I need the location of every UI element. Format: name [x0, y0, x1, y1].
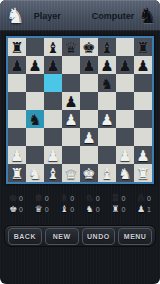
square-e6[interactable] — [80, 74, 98, 92]
black-queen: ♛ — [64, 40, 77, 55]
white-knight: ♞ — [118, 166, 131, 181]
square-f8[interactable]: ♝ — [98, 38, 116, 56]
square-e2[interactable] — [80, 146, 98, 164]
white-bishop: ♝ — [100, 166, 113, 181]
square-f2[interactable] — [98, 146, 116, 164]
black-knight-icon: ♞ — [138, 5, 157, 26]
square-e1[interactable]: ♚ — [80, 164, 98, 182]
square-g1[interactable]: ♞ — [116, 164, 134, 182]
black-queen-icon: ♛ — [35, 194, 43, 203]
square-d6[interactable] — [62, 74, 80, 92]
square-c2[interactable]: ♟ — [44, 146, 62, 164]
square-a3[interactable] — [8, 128, 26, 146]
captured-count: 0 — [19, 195, 23, 202]
square-c3[interactable] — [44, 128, 62, 146]
white-pawn: ♟ — [100, 112, 113, 127]
captured-count: 0 — [45, 195, 49, 202]
black-pawn: ♟ — [100, 58, 113, 73]
white-pawn: ♟ — [136, 148, 149, 163]
black-pawn: ♟ — [46, 58, 59, 73]
square-f4[interactable]: ♟ — [98, 110, 116, 128]
square-d1[interactable]: ♛ — [62, 164, 80, 182]
square-c6[interactable] — [44, 74, 62, 92]
square-a1[interactable]: ♜ — [8, 164, 26, 182]
captured-count: 0 — [147, 195, 151, 202]
black-bishop-icon: ♝ — [60, 194, 68, 203]
square-e3[interactable]: ♟ — [80, 128, 98, 146]
undo-button[interactable]: UNDO — [82, 228, 116, 245]
new-button[interactable]: NEW — [45, 228, 79, 245]
black-pawn: ♟ — [136, 58, 149, 73]
captured-count: 0 — [19, 206, 23, 213]
square-f3[interactable] — [98, 128, 116, 146]
square-h8[interactable]: ♜ — [134, 38, 152, 56]
white-rook: ♜ — [136, 166, 149, 181]
captured-count: 0 — [96, 206, 100, 213]
captured-black-king: ♚0 — [9, 194, 23, 203]
black-pawn: ♟ — [10, 58, 23, 73]
square-a6[interactable] — [8, 74, 26, 92]
black-rook: ♜ — [10, 40, 23, 55]
square-h2[interactable]: ♟ — [134, 146, 152, 164]
square-c4[interactable] — [44, 110, 62, 128]
captured-row-black: ♚0♛0♝0♞0♜0♟0 — [9, 193, 151, 203]
captured-count: 0 — [70, 195, 74, 202]
captured-count: 1 — [147, 206, 151, 213]
square-f1[interactable]: ♝ — [98, 164, 116, 182]
square-b2[interactable] — [26, 146, 44, 164]
square-f5[interactable] — [98, 92, 116, 110]
menu-button[interactable]: MENU — [118, 228, 152, 245]
white-rook: ♜ — [10, 166, 23, 181]
square-g4[interactable] — [116, 110, 134, 128]
captured-white-bishop: ♝0 — [60, 205, 74, 214]
square-e4[interactable] — [80, 110, 98, 128]
square-c1[interactable]: ♝ — [44, 164, 62, 182]
captured-white-king: ♚0 — [9, 205, 23, 214]
captured-count: 0 — [45, 206, 49, 213]
square-g8[interactable] — [116, 38, 134, 56]
captured-black-rook: ♜0 — [111, 194, 125, 203]
white-bishop-icon: ♝ — [60, 205, 68, 214]
square-b7[interactable]: ♟ — [26, 56, 44, 74]
black-king: ♚ — [82, 40, 95, 55]
square-d8[interactable]: ♛ — [62, 38, 80, 56]
white-pawn: ♟ — [46, 148, 59, 163]
square-b8[interactable] — [26, 38, 44, 56]
square-e5[interactable] — [80, 92, 98, 110]
white-pawn: ♟ — [64, 112, 77, 127]
black-knight: ♞ — [28, 112, 41, 127]
captured-black-bishop: ♝0 — [60, 194, 74, 203]
control-bar: BACKNEWUNDOMENU — [4, 225, 156, 247]
black-rook: ♜ — [136, 40, 149, 55]
captured-white-rook: ♜0 — [111, 205, 125, 214]
square-a8[interactable]: ♜ — [8, 38, 26, 56]
black-knight-icon: ♞ — [86, 194, 94, 203]
square-a4[interactable] — [8, 110, 26, 128]
square-g6[interactable] — [116, 74, 134, 92]
back-button[interactable]: BACK — [8, 228, 42, 245]
square-h1[interactable]: ♜ — [134, 164, 152, 182]
square-a2[interactable]: ♟ — [8, 146, 26, 164]
square-d3[interactable] — [62, 128, 80, 146]
square-d4[interactable]: ♟ — [62, 110, 80, 128]
square-g3[interactable] — [116, 128, 134, 146]
square-a7[interactable]: ♟ — [8, 56, 26, 74]
square-b4[interactable]: ♞ — [26, 110, 44, 128]
white-king-icon: ♚ — [9, 205, 17, 214]
white-rook-icon: ♜ — [111, 205, 119, 214]
captured-count: 0 — [96, 195, 100, 202]
square-c5[interactable] — [44, 92, 62, 110]
captured-pieces-panel: ♚0♛0♝0♞0♜0♟0♚0♛0♝0♞0♜0♟1 — [9, 193, 151, 214]
square-h5[interactable] — [134, 92, 152, 110]
black-knight: ♞ — [100, 76, 113, 91]
square-c7[interactable]: ♟ — [44, 56, 62, 74]
square-d2[interactable] — [62, 146, 80, 164]
square-e7[interactable]: ♟ — [80, 56, 98, 74]
black-pawn-icon: ♟ — [137, 194, 145, 203]
white-knight-icon: ♞ — [86, 205, 94, 214]
white-bishop: ♝ — [46, 166, 59, 181]
square-h3[interactable] — [134, 128, 152, 146]
captured-count: 0 — [70, 206, 74, 213]
player-label: Player — [34, 11, 61, 21]
square-d5[interactable]: ♟ — [62, 92, 80, 110]
captured-white-pawn: ♟1 — [137, 205, 151, 214]
black-pawn: ♟ — [82, 58, 95, 73]
square-d7[interactable] — [62, 56, 80, 74]
white-pawn-icon: ♟ — [137, 205, 145, 214]
square-e8[interactable]: ♚ — [80, 38, 98, 56]
captured-count: 0 — [121, 195, 125, 202]
captured-white-knight: ♞0 — [86, 205, 100, 214]
captured-row-white: ♚0♛0♝0♞0♜0♟1 — [9, 204, 151, 214]
captured-black-pawn: ♟0 — [137, 194, 151, 203]
white-knight: ♞ — [28, 166, 41, 181]
square-b6[interactable] — [26, 74, 44, 92]
square-b3[interactable] — [26, 128, 44, 146]
black-bishop: ♝ — [100, 40, 113, 55]
black-pawn: ♟ — [118, 58, 131, 73]
square-g2[interactable]: ♟ — [116, 146, 134, 164]
computer-label: Computer — [92, 11, 135, 21]
square-c8[interactable]: ♝ — [44, 38, 62, 56]
white-pawn: ♟ — [10, 148, 23, 163]
square-h4[interactable] — [134, 110, 152, 128]
white-king: ♚ — [82, 166, 95, 181]
black-king-icon: ♚ — [9, 194, 17, 203]
square-h6[interactable] — [134, 74, 152, 92]
white-queen: ♛ — [64, 166, 77, 181]
square-h7[interactable]: ♟ — [134, 56, 152, 74]
black-bishop: ♝ — [46, 40, 59, 55]
chess-board: ♜♝♛♚♝♜♟♟♟♟♟♟♟♞♟♞♟♟♟♟♟♟♟♜♞♝♛♚♝♞♜ — [6, 36, 154, 184]
square-f6[interactable]: ♞ — [98, 74, 116, 92]
player-header-bar: ♞ Player Computer ♞ — [0, 0, 160, 31]
square-f7[interactable]: ♟ — [98, 56, 116, 74]
square-a5[interactable] — [8, 92, 26, 110]
chess-app: ♞ Player Computer ♞ ♜♝♛♚♝♜♟♟♟♟♟♟♟♞♟♞♟♟♟♟… — [0, 0, 160, 284]
captured-white-queen: ♛0 — [35, 205, 49, 214]
white-queen-icon: ♛ — [35, 205, 43, 214]
white-knight-icon: ♞ — [6, 5, 25, 26]
square-b1[interactable]: ♞ — [26, 164, 44, 182]
white-pawn: ♟ — [82, 130, 95, 145]
square-g7[interactable]: ♟ — [116, 56, 134, 74]
square-g5[interactable] — [116, 92, 134, 110]
black-rook-icon: ♜ — [111, 194, 119, 203]
captured-black-queen: ♛0 — [35, 194, 49, 203]
black-pawn: ♟ — [64, 94, 77, 109]
captured-count: 0 — [121, 206, 125, 213]
captured-black-knight: ♞0 — [86, 194, 100, 203]
square-b5[interactable] — [26, 92, 44, 110]
black-pawn: ♟ — [28, 58, 41, 73]
white-pawn: ♟ — [118, 148, 131, 163]
